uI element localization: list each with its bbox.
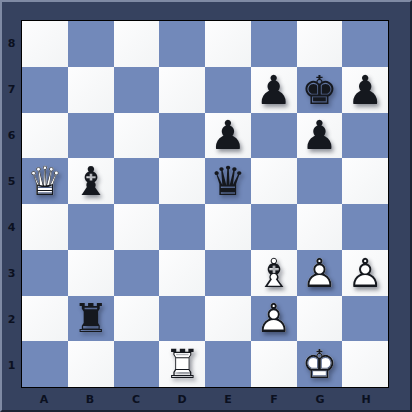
piece-glyph: ♚ <box>301 70 337 110</box>
piece-glyph: ♟ <box>210 115 246 155</box>
square-a3[interactable] <box>22 250 68 296</box>
piece-white-pawn[interactable]: ♟♙ <box>301 253 337 293</box>
square-f6[interactable] <box>251 113 297 159</box>
square-a1[interactable] <box>22 341 68 387</box>
square-e8[interactable] <box>205 21 251 67</box>
square-g8[interactable] <box>297 21 343 67</box>
square-c1[interactable] <box>114 341 160 387</box>
file-label-b: B <box>67 389 113 410</box>
square-b4[interactable] <box>68 204 114 250</box>
square-a4[interactable] <box>22 204 68 250</box>
square-d2[interactable] <box>159 296 205 342</box>
square-c7[interactable] <box>114 67 160 113</box>
piece-glyph: ♛ <box>210 161 246 201</box>
square-d7[interactable] <box>159 67 205 113</box>
square-e4[interactable] <box>205 204 251 250</box>
square-h7[interactable]: ♟ <box>342 67 388 113</box>
rank-label-6: 6 <box>2 112 21 158</box>
piece-white-bishop[interactable]: ♝♗ <box>256 253 292 293</box>
piece-white-pawn[interactable]: ♟♙ <box>347 253 383 293</box>
square-b7[interactable] <box>68 67 114 113</box>
square-e6[interactable]: ♟ <box>205 113 251 159</box>
square-h5[interactable] <box>342 158 388 204</box>
file-label-e: E <box>205 389 251 410</box>
square-d3[interactable] <box>159 250 205 296</box>
square-h4[interactable] <box>342 204 388 250</box>
square-c3[interactable] <box>114 250 160 296</box>
square-f3[interactable]: ♝♗ <box>251 250 297 296</box>
piece-black-pawn[interactable]: ♟ <box>256 70 292 110</box>
square-b5[interactable]: ♝ <box>68 158 114 204</box>
piece-black-pawn[interactable]: ♟ <box>210 115 246 155</box>
square-g5[interactable] <box>297 158 343 204</box>
square-c2[interactable] <box>114 296 160 342</box>
square-e7[interactable] <box>205 67 251 113</box>
square-f8[interactable] <box>251 21 297 67</box>
square-h2[interactable] <box>342 296 388 342</box>
file-label-h: H <box>343 389 389 410</box>
square-e3[interactable] <box>205 250 251 296</box>
square-d8[interactable] <box>159 21 205 67</box>
square-f2[interactable]: ♟♙ <box>251 296 297 342</box>
square-e2[interactable] <box>205 296 251 342</box>
rank-label-2: 2 <box>2 296 21 342</box>
square-d4[interactable] <box>159 204 205 250</box>
rank-label-1: 1 <box>2 342 21 388</box>
square-b1[interactable] <box>68 341 114 387</box>
piece-glyph: ♗ <box>256 253 292 293</box>
square-f7[interactable]: ♟ <box>251 67 297 113</box>
rank-label-7: 7 <box>2 66 21 112</box>
square-g7[interactable]: ♚ <box>297 67 343 113</box>
rank-label-5: 5 <box>2 158 21 204</box>
square-e5[interactable]: ♛ <box>205 158 251 204</box>
square-f1[interactable] <box>251 341 297 387</box>
square-g2[interactable] <box>297 296 343 342</box>
piece-white-king[interactable]: ♚♔ <box>301 344 337 384</box>
rank-label-8: 8 <box>2 20 21 66</box>
piece-glyph: ♙ <box>347 253 383 293</box>
file-label-c: C <box>113 389 159 410</box>
square-c5[interactable] <box>114 158 160 204</box>
square-g6[interactable]: ♟ <box>297 113 343 159</box>
square-g3[interactable]: ♟♙ <box>297 250 343 296</box>
square-a6[interactable] <box>22 113 68 159</box>
piece-glyph: ♟ <box>347 70 383 110</box>
square-h1[interactable] <box>342 341 388 387</box>
piece-black-rook[interactable]: ♜ <box>73 298 109 338</box>
square-c6[interactable] <box>114 113 160 159</box>
square-g1[interactable]: ♚♔ <box>297 341 343 387</box>
piece-white-pawn[interactable]: ♟♙ <box>256 298 292 338</box>
square-d5[interactable] <box>159 158 205 204</box>
file-label-a: A <box>21 389 67 410</box>
piece-glyph: ♖ <box>164 344 200 384</box>
square-d6[interactable] <box>159 113 205 159</box>
square-d1[interactable]: ♜♖ <box>159 341 205 387</box>
square-a2[interactable] <box>22 296 68 342</box>
piece-glyph: ♟ <box>301 115 337 155</box>
square-h3[interactable]: ♟♙ <box>342 250 388 296</box>
piece-glyph: ♙ <box>301 253 337 293</box>
square-b6[interactable] <box>68 113 114 159</box>
piece-black-queen[interactable]: ♛ <box>210 161 246 201</box>
square-e1[interactable] <box>205 341 251 387</box>
piece-glyph: ♙ <box>256 298 292 338</box>
piece-white-queen[interactable]: ♛♕ <box>27 161 63 201</box>
square-c4[interactable] <box>114 204 160 250</box>
square-f4[interactable] <box>251 204 297 250</box>
chess-board: ♟♚♟♟♟♛♕♝♛♝♗♟♙♟♙♜♟♙♜♖♚♔ <box>21 20 389 388</box>
piece-black-pawn[interactable]: ♟ <box>347 70 383 110</box>
file-label-d: D <box>159 389 205 410</box>
rank-label-3: 3 <box>2 250 21 296</box>
file-label-f: F <box>251 389 297 410</box>
piece-black-bishop[interactable]: ♝ <box>73 161 109 201</box>
rank-labels: 87654321 <box>2 20 21 388</box>
square-h8[interactable] <box>342 21 388 67</box>
piece-black-pawn[interactable]: ♟ <box>301 115 337 155</box>
file-label-g: G <box>297 389 343 410</box>
piece-white-rook[interactable]: ♜♖ <box>164 344 200 384</box>
chess-board-frame: 87654321 ♟♚♟♟♟♛♕♝♛♝♗♟♙♟♙♜♟♙♜♖♚♔ ABCDEFGH <box>0 0 412 412</box>
piece-glyph: ♕ <box>27 161 63 201</box>
square-c8[interactable] <box>114 21 160 67</box>
square-g4[interactable] <box>297 204 343 250</box>
piece-glyph: ♔ <box>301 344 337 384</box>
square-a7[interactable] <box>22 67 68 113</box>
piece-glyph: ♝ <box>73 161 109 201</box>
square-b8[interactable] <box>68 21 114 67</box>
square-f5[interactable] <box>251 158 297 204</box>
square-b2[interactable]: ♜ <box>68 296 114 342</box>
rank-label-4: 4 <box>2 204 21 250</box>
square-b3[interactable] <box>68 250 114 296</box>
file-labels: ABCDEFGH <box>21 389 389 410</box>
square-h6[interactable] <box>342 113 388 159</box>
square-a5[interactable]: ♛♕ <box>22 158 68 204</box>
square-a8[interactable] <box>22 21 68 67</box>
piece-glyph: ♟ <box>256 70 292 110</box>
piece-glyph: ♜ <box>73 298 109 338</box>
piece-black-king[interactable]: ♚ <box>301 70 337 110</box>
